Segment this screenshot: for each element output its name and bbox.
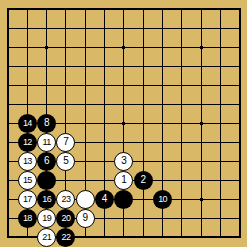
stone-black-C5: 6: [37, 152, 56, 171]
stone-white-G5: 3: [114, 152, 133, 171]
move-number: 17: [23, 195, 32, 204]
move-number: 8: [44, 118, 50, 128]
move-number: 11: [43, 138, 51, 147]
move-number: 15: [23, 176, 32, 185]
stone-black-C3: 16: [37, 190, 56, 209]
stone-black-F3: 4: [95, 190, 114, 209]
move-number: 6: [44, 156, 50, 166]
stone-black-B7: 14: [18, 114, 37, 133]
stone-black-C4: [37, 171, 56, 190]
stone-black-J3: 10: [153, 190, 172, 209]
move-number: 16: [42, 195, 51, 204]
stone-white-C1: 21: [37, 228, 56, 247]
move-number: 19: [42, 214, 51, 223]
star-point: [45, 46, 48, 49]
stone-white-B5: 13: [18, 152, 37, 171]
stone-white-D3: 23: [56, 190, 75, 209]
star-point: [200, 46, 203, 49]
move-number: 3: [121, 156, 127, 166]
goban: 1234567891011121314151617181920212223: [0, 0, 247, 247]
move-number: 2: [141, 175, 147, 185]
stone-white-B4: 15: [18, 171, 37, 190]
stone-white-E2: 9: [76, 209, 95, 228]
move-number: 18: [23, 214, 32, 223]
stone-black-C7: 8: [37, 114, 56, 133]
stone-black-H4: 2: [134, 171, 153, 190]
star-point: [200, 122, 203, 125]
stone-white-D6: 7: [56, 133, 75, 152]
stone-black-B2: 18: [18, 209, 37, 228]
move-number: 4: [102, 194, 108, 204]
move-number: 10: [158, 195, 167, 204]
move-number: 7: [63, 137, 69, 147]
stone-black-G3: [114, 190, 133, 209]
move-number: 9: [83, 213, 89, 223]
move-number: 13: [23, 157, 32, 166]
stone-white-C6: 11: [37, 133, 56, 152]
move-number: 5: [63, 156, 69, 166]
move-number: 12: [23, 138, 32, 147]
star-point: [200, 198, 203, 201]
stone-white-E3: [76, 190, 95, 209]
stone-white-C2: 19: [37, 209, 56, 228]
stone-black-B6: 12: [18, 133, 37, 152]
star-point: [122, 122, 125, 125]
move-number: 20: [62, 214, 71, 223]
star-point: [122, 46, 125, 49]
stone-white-B3: 17: [18, 190, 37, 209]
move-number: 21: [42, 233, 51, 242]
move-number: 1: [121, 175, 127, 185]
move-number: 22: [62, 233, 71, 242]
move-number: 23: [62, 195, 71, 204]
stone-white-D5: 5: [56, 152, 75, 171]
go-board-diagram: 1234567891011121314151617181920212223: [0, 0, 247, 247]
stone-black-D1: 22: [56, 228, 75, 247]
move-number: 14: [23, 119, 32, 128]
stone-black-D2: 20: [56, 209, 75, 228]
stone-white-G4: 1: [114, 171, 133, 190]
